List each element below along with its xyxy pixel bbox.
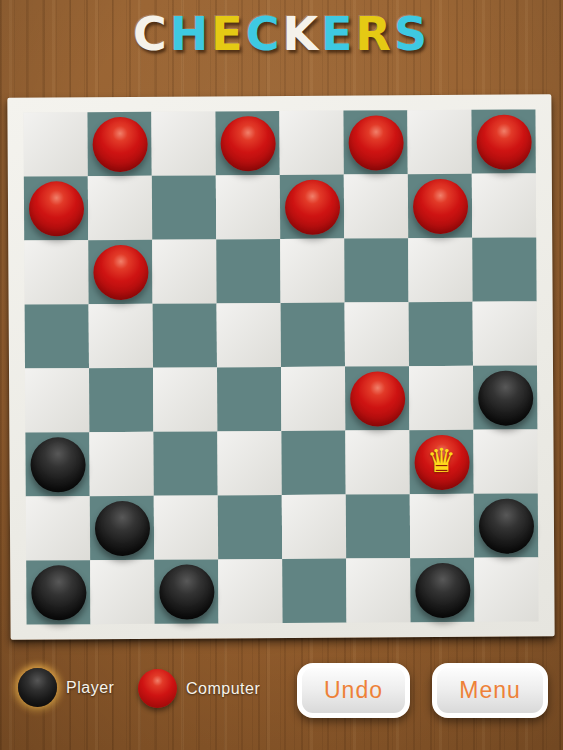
square-r7c2[interactable] <box>154 559 218 623</box>
square-r7c0[interactable] <box>26 560 90 624</box>
menu-button[interactable]: Menu <box>432 663 548 718</box>
undo-button[interactable]: Undo <box>297 663 410 718</box>
square-r3c6[interactable] <box>409 302 473 366</box>
square-r2c7[interactable] <box>472 237 536 301</box>
black-piece[interactable] <box>94 500 149 555</box>
square-r1c1 <box>88 176 152 240</box>
square-r6c3[interactable] <box>218 495 282 559</box>
legend-computer: Computer <box>138 669 260 708</box>
app-title: CHECKERS <box>0 4 563 64</box>
title-letter: E <box>211 7 245 61</box>
player-checker-icon <box>18 668 57 707</box>
square-r0c3[interactable] <box>215 111 279 175</box>
square-r5c6[interactable]: ♛ <box>409 430 473 494</box>
square-r6c0 <box>26 496 90 560</box>
red-king-piece[interactable]: ♛ <box>414 434 469 489</box>
red-piece[interactable] <box>92 116 147 171</box>
square-r4c3[interactable] <box>217 367 281 431</box>
square-r1c6[interactable] <box>408 174 472 238</box>
title-letter: K <box>282 7 321 61</box>
square-r7c4[interactable] <box>282 559 346 623</box>
square-r6c6 <box>410 494 474 558</box>
square-r0c6 <box>407 110 471 174</box>
square-r3c4[interactable] <box>281 303 345 367</box>
square-r0c1[interactable] <box>87 112 151 176</box>
square-r5c7 <box>473 429 537 493</box>
square-r1c4[interactable] <box>280 175 344 239</box>
square-r5c2[interactable] <box>153 431 217 495</box>
black-piece[interactable] <box>159 564 214 619</box>
red-piece[interactable] <box>284 179 339 234</box>
square-r5c4[interactable] <box>281 431 345 495</box>
title-letter: S <box>394 7 430 61</box>
square-r3c0[interactable] <box>25 304 89 368</box>
title-letter: H <box>170 7 212 61</box>
square-r0c7[interactable] <box>471 109 535 173</box>
square-r6c5[interactable] <box>346 494 410 558</box>
square-r4c6 <box>409 366 473 430</box>
title-letter: C <box>133 7 170 61</box>
square-r7c3 <box>218 559 282 623</box>
square-r0c2 <box>151 111 215 175</box>
square-r2c3[interactable] <box>216 239 280 303</box>
title-letter: R <box>356 7 394 61</box>
square-r4c7[interactable] <box>473 365 537 429</box>
square-r4c4 <box>281 367 345 431</box>
square-r2c2 <box>152 239 216 303</box>
square-r6c7[interactable] <box>474 493 538 557</box>
square-r2c4 <box>280 239 344 303</box>
king-crown-icon: ♛ <box>427 444 457 477</box>
checkers-board[interactable]: ♛ <box>23 109 538 624</box>
square-r3c3 <box>217 303 281 367</box>
square-r6c4 <box>282 495 346 559</box>
square-r2c1[interactable] <box>88 240 152 304</box>
red-piece[interactable] <box>350 371 405 426</box>
square-r5c0[interactable] <box>25 432 89 496</box>
red-piece[interactable] <box>93 244 148 299</box>
square-r2c0 <box>24 240 88 304</box>
computer-label: Computer <box>186 680 260 698</box>
app-window: CHECKERS ♛ Player Computer Undo Menu <box>0 0 563 750</box>
square-r5c3 <box>217 431 281 495</box>
red-piece[interactable] <box>28 181 83 236</box>
legend-player: Player <box>18 668 114 707</box>
square-r0c5[interactable] <box>343 110 407 174</box>
board-paper: ♛ <box>7 94 554 639</box>
square-r0c4 <box>279 111 343 175</box>
square-r7c7 <box>474 557 538 621</box>
square-r3c1 <box>89 304 153 368</box>
square-r1c0[interactable] <box>24 176 88 240</box>
square-r2c5[interactable] <box>344 238 408 302</box>
square-r4c2 <box>153 367 217 431</box>
square-r5c5 <box>345 430 409 494</box>
square-r2c6 <box>408 238 472 302</box>
title-letter: E <box>321 7 355 61</box>
square-r0c0 <box>23 112 87 176</box>
square-r1c5 <box>344 174 408 238</box>
square-r6c1[interactable] <box>90 496 154 560</box>
red-piece[interactable] <box>348 115 403 170</box>
black-piece[interactable] <box>31 565 86 620</box>
red-piece[interactable] <box>220 116 275 171</box>
square-r3c5 <box>345 302 409 366</box>
square-r7c5 <box>346 558 410 622</box>
square-r4c1[interactable] <box>89 368 153 432</box>
square-r6c2 <box>154 495 218 559</box>
square-r7c1 <box>90 560 154 624</box>
title-letter: C <box>246 7 283 61</box>
square-r5c1 <box>89 432 153 496</box>
red-piece[interactable] <box>412 178 467 233</box>
black-piece[interactable] <box>478 370 533 425</box>
square-r7c6[interactable] <box>410 558 474 622</box>
square-r1c2[interactable] <box>152 175 216 239</box>
square-r4c5[interactable] <box>345 366 409 430</box>
square-r3c7 <box>473 301 537 365</box>
black-piece[interactable] <box>30 437 85 492</box>
computer-checker-icon <box>138 669 177 708</box>
square-r3c2[interactable] <box>153 303 217 367</box>
player-label: Player <box>66 679 114 697</box>
black-piece[interactable] <box>415 562 470 617</box>
square-r4c0 <box>25 368 89 432</box>
square-r1c3 <box>216 175 280 239</box>
square-r1c7 <box>472 173 536 237</box>
red-piece[interactable] <box>476 114 531 169</box>
black-piece[interactable] <box>478 498 533 553</box>
